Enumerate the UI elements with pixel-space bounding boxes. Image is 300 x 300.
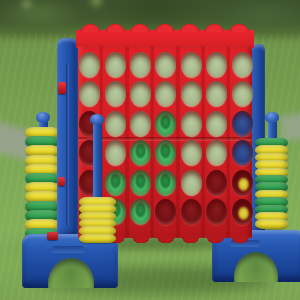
empty-hole-grass [232,52,253,78]
leg-arch-cutout-left [48,258,94,288]
board-cell-r5-c7 [230,168,255,198]
board-cell-r2-c6 [204,80,229,110]
empty-hole-grass [181,52,202,78]
board-cell-r1-c3 [128,50,153,80]
board-cell-r5-c4 [153,168,178,198]
board-cell-r2-c2 [102,80,127,110]
empty-hole-grass [155,52,176,78]
empty-hole-grass [79,81,100,107]
board-cell-r6-c3 [128,198,153,228]
empty-hole-grass [105,81,126,107]
empty-hole-shadow [206,199,227,225]
empty-hole-grass [181,111,202,137]
leg-red-latch [47,232,58,240]
board-cell-r1-c5 [179,50,204,80]
board-cell-r6-c7 [230,198,255,228]
board-cell-r2-c1 [77,80,102,110]
empty-hole-blue [232,140,253,166]
board-cell-r2-c7 [230,80,255,110]
board-cell-r3-c3 [128,109,153,139]
empty-hole-grass [130,111,151,137]
green-disc-in-hole [155,111,176,137]
empty-hole-grass [79,52,100,78]
empty-hole-grass [181,170,202,196]
leg-arch-cutout-right [234,252,278,282]
empty-hole-grass [130,52,151,78]
empty-hole-grass [206,52,227,78]
board-cell-r1-c6 [204,50,229,80]
empty-hole-grass [206,140,227,166]
green-disc-in-hole [155,170,176,196]
empty-hole-shadow [181,199,202,225]
green-disc-in-hole [130,140,151,166]
board-cell-r3-c7 [230,109,255,139]
board-cell-r5-c2 [102,168,127,198]
empty-hole-grass [206,111,227,137]
board-cell-r4-c7 [230,139,255,169]
yellow-spare-disc [255,219,288,228]
garden-connect-four-photo [0,0,300,300]
storage-post-cap-rear-left [36,112,50,123]
storage-post-cap-front-right [265,112,279,123]
board-cell-r1-c7 [230,50,255,80]
board-cell-r5-c5 [179,168,204,198]
empty-hole-grass [206,81,227,107]
empty-hole-grass [232,81,253,107]
board-cell-r1-c4 [153,50,178,80]
board-cell-r2-c5 [179,80,204,110]
empty-hole-shadow [206,170,227,196]
board-cell-r5-c6 [204,168,229,198]
green-disc-in-hole [130,170,151,196]
board-cell-r2-c4 [153,80,178,110]
empty-hole-grass [181,140,202,166]
embossed-logo-left [52,246,84,253]
disc-stack-front-left [79,197,116,241]
empty-hole-grass [155,81,176,107]
empty-hole-grass [105,140,126,166]
board-cell-r1-c1 [77,50,102,80]
board-cell-r5-c3 [128,168,153,198]
board-cell-r2-c3 [128,80,153,110]
empty-hole-grass [181,81,202,107]
empty-hole-grass [130,81,151,107]
board-cell-r3-c6 [204,109,229,139]
board-cell-r4-c5 [179,139,204,169]
board-cell-r6-c5 [179,198,204,228]
green-disc-in-hole [130,199,151,225]
board-cell-r4-c4 [153,139,178,169]
board-cell-r3-c5 [179,109,204,139]
green-disc-in-hole [105,170,126,196]
board-cell-r3-c2 [102,109,127,139]
storage-post-cap-front-left [90,114,104,125]
board-cell-r4-c3 [128,139,153,169]
board-cell-r4-c6 [204,139,229,169]
frame-red-clip-lower [58,177,65,186]
disc-stack-rear-left [25,127,59,237]
frame-red-clip-upper [58,82,66,94]
board-cell-r3-c4 [153,109,178,139]
board-cell-r1-c2 [102,50,127,80]
empty-hole-grass [105,111,126,137]
board-cell-r6-c6 [204,198,229,228]
disc-stack-front-right [255,138,288,227]
empty-hole-ypeek [232,199,253,225]
frame-upright-left [57,38,78,236]
empty-hole-blue [232,111,253,137]
green-disc-in-hole [155,140,176,166]
empty-hole-shadow [155,199,176,225]
board-cell-r4-c2 [102,139,127,169]
yellow-spare-disc [79,234,116,244]
empty-hole-grass [105,52,126,78]
empty-hole-ypeek [232,170,253,196]
board-cell-r6-c4 [153,198,178,228]
